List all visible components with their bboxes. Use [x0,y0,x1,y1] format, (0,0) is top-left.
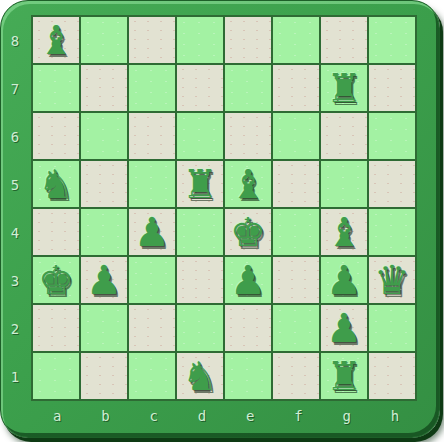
square-h3[interactable]: ♛ [369,257,415,303]
rank-label: 6 [0,113,30,161]
square-b5[interactable] [81,161,127,207]
square-e4[interactable]: ♚ [225,209,271,255]
square-b8[interactable] [81,17,127,63]
file-labels: abcdefgh [33,401,419,431]
square-f6[interactable] [273,113,319,159]
square-g1[interactable]: ♜ [321,353,367,399]
queen-piece[interactable]: ♛ [374,257,410,303]
square-d7[interactable] [177,65,223,111]
square-d8[interactable] [177,17,223,63]
square-a1[interactable] [33,353,79,399]
square-h7[interactable] [369,65,415,111]
square-a7[interactable] [33,65,79,111]
pawn-piece[interactable]: ♟ [86,257,122,303]
pawn-piece[interactable]: ♟ [326,305,362,351]
square-e1[interactable] [225,353,271,399]
square-f4[interactable] [273,209,319,255]
file-label: f [274,401,322,431]
square-a2[interactable] [33,305,79,351]
square-f8[interactable] [273,17,319,63]
square-g3[interactable]: ♟ [321,257,367,303]
rank-label: 3 [0,257,30,305]
square-c7[interactable] [129,65,175,111]
knight-piece[interactable]: ♞ [182,353,218,399]
rook-piece[interactable]: ♜ [326,353,362,399]
square-b2[interactable] [81,305,127,351]
square-c4[interactable]: ♟ [129,209,175,255]
square-d1[interactable]: ♞ [177,353,223,399]
square-c6[interactable] [129,113,175,159]
file-label: e [226,401,274,431]
file-label: a [33,401,81,431]
square-e2[interactable] [225,305,271,351]
rank-label: 1 [0,353,30,401]
chess-board: ♝♜♞♜♝♟♚♝♚♟♟♟♛♟♞♜ [31,15,417,401]
pawn-piece[interactable]: ♟ [134,209,170,255]
square-b7[interactable] [81,65,127,111]
square-d6[interactable] [177,113,223,159]
square-h1[interactable] [369,353,415,399]
rank-labels: 87654321 [0,17,30,401]
square-c2[interactable] [129,305,175,351]
square-g4[interactable]: ♝ [321,209,367,255]
square-e7[interactable] [225,65,271,111]
file-label: b [81,401,129,431]
knight-piece[interactable]: ♞ [38,161,74,207]
rank-label: 2 [0,305,30,353]
square-b6[interactable] [81,113,127,159]
pawn-piece[interactable]: ♟ [326,257,362,303]
square-d2[interactable] [177,305,223,351]
square-h4[interactable] [369,209,415,255]
file-label: d [178,401,226,431]
file-label: h [371,401,419,431]
square-a4[interactable] [33,209,79,255]
square-d3[interactable] [177,257,223,303]
square-a6[interactable] [33,113,79,159]
square-g5[interactable] [321,161,367,207]
rank-label: 4 [0,209,30,257]
king-piece[interactable]: ♚ [38,257,74,303]
square-g2[interactable]: ♟ [321,305,367,351]
square-e6[interactable] [225,113,271,159]
pawn-piece[interactable]: ♟ [230,257,266,303]
square-f3[interactable] [273,257,319,303]
rook-piece[interactable]: ♜ [182,161,218,207]
file-label: c [130,401,178,431]
square-c1[interactable] [129,353,175,399]
square-h2[interactable] [369,305,415,351]
bishop-piece[interactable]: ♝ [230,161,266,207]
square-g8[interactable] [321,17,367,63]
square-h5[interactable] [369,161,415,207]
square-f2[interactable] [273,305,319,351]
square-e8[interactable] [225,17,271,63]
square-a3[interactable]: ♚ [33,257,79,303]
square-h6[interactable] [369,113,415,159]
square-f1[interactable] [273,353,319,399]
rank-label: 5 [0,161,30,209]
rank-label: 7 [0,65,30,113]
rook-piece[interactable]: ♜ [326,65,362,111]
square-a5[interactable]: ♞ [33,161,79,207]
square-e3[interactable]: ♟ [225,257,271,303]
chess-app: 87654321 ♝♜♞♜♝♟♚♝♚♟♟♟♛♟♞♜ abcdefgh [0,0,444,442]
square-b3[interactable]: ♟ [81,257,127,303]
square-d4[interactable] [177,209,223,255]
square-g6[interactable] [321,113,367,159]
square-d5[interactable]: ♜ [177,161,223,207]
bishop-piece[interactable]: ♝ [326,209,362,255]
square-e5[interactable]: ♝ [225,161,271,207]
square-c3[interactable] [129,257,175,303]
rank-label: 8 [0,17,30,65]
bishop-piece[interactable]: ♝ [38,17,74,63]
square-b1[interactable] [81,353,127,399]
file-label: g [323,401,371,431]
square-f7[interactable] [273,65,319,111]
square-h8[interactable] [369,17,415,63]
square-f5[interactable] [273,161,319,207]
square-c5[interactable] [129,161,175,207]
square-g7[interactable]: ♜ [321,65,367,111]
king-piece[interactable]: ♚ [230,209,266,255]
square-a8[interactable]: ♝ [33,17,79,63]
square-c8[interactable] [129,17,175,63]
square-b4[interactable] [81,209,127,255]
